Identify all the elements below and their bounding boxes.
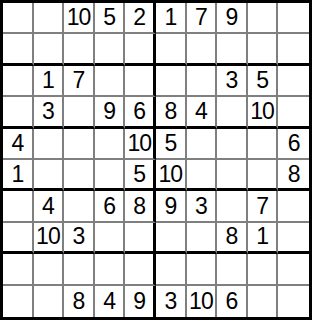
cell-r1c3[interactable]: 10 xyxy=(64,3,95,34)
cell-r5c6[interactable]: 5 xyxy=(156,129,187,160)
cell-r9c3[interactable] xyxy=(64,254,95,285)
cell-r7c6[interactable]: 9 xyxy=(156,191,187,222)
sudoku-board: 1052179173539684104105615108468937103818… xyxy=(0,0,312,320)
cell-r10c6[interactable]: 3 xyxy=(156,286,187,317)
cell-r8c6[interactable] xyxy=(156,223,187,254)
cell-r10c2[interactable] xyxy=(34,286,65,317)
cell-r10c8[interactable]: 6 xyxy=(217,286,248,317)
cell-r7c10[interactable] xyxy=(278,191,309,222)
cell-r7c4[interactable]: 6 xyxy=(95,191,126,222)
cell-r9c10[interactable] xyxy=(278,254,309,285)
cell-r1c7[interactable]: 7 xyxy=(187,3,218,34)
cell-r10c5[interactable]: 9 xyxy=(125,286,156,317)
cell-r8c3[interactable]: 3 xyxy=(64,223,95,254)
cell-r5c4[interactable] xyxy=(95,129,126,160)
cell-r10c7[interactable]: 10 xyxy=(187,286,218,317)
cell-r4c10[interactable] xyxy=(278,97,309,128)
cell-r5c8[interactable] xyxy=(217,129,248,160)
cell-r3c3[interactable]: 7 xyxy=(64,66,95,97)
cell-r4c5[interactable]: 6 xyxy=(125,97,156,128)
cell-r7c9[interactable]: 7 xyxy=(248,191,279,222)
cell-r3c10[interactable] xyxy=(278,66,309,97)
cell-r8c1[interactable] xyxy=(3,223,34,254)
cell-r10c10[interactable] xyxy=(278,286,309,317)
cell-r4c4[interactable]: 9 xyxy=(95,97,126,128)
cell-r2c9[interactable] xyxy=(248,34,279,65)
cell-r4c3[interactable] xyxy=(64,97,95,128)
cell-r6c2[interactable] xyxy=(34,160,65,191)
cell-r3c5[interactable] xyxy=(125,66,156,97)
cell-r8c2[interactable]: 10 xyxy=(34,223,65,254)
cell-r1c6[interactable]: 1 xyxy=(156,3,187,34)
cell-r8c4[interactable] xyxy=(95,223,126,254)
cell-r2c2[interactable] xyxy=(34,34,65,65)
cell-r1c5[interactable]: 2 xyxy=(125,3,156,34)
cell-r2c7[interactable] xyxy=(187,34,218,65)
cell-r8c7[interactable] xyxy=(187,223,218,254)
cell-r9c1[interactable] xyxy=(3,254,34,285)
cell-r2c3[interactable] xyxy=(64,34,95,65)
cell-r6c3[interactable] xyxy=(64,160,95,191)
cell-r2c8[interactable] xyxy=(217,34,248,65)
cell-r5c10[interactable]: 6 xyxy=(278,129,309,160)
cell-r8c5[interactable] xyxy=(125,223,156,254)
cell-r4c1[interactable] xyxy=(3,97,34,128)
cell-r9c2[interactable] xyxy=(34,254,65,285)
cell-r2c6[interactable] xyxy=(156,34,187,65)
cell-r4c6[interactable]: 8 xyxy=(156,97,187,128)
cell-r7c5[interactable]: 8 xyxy=(125,191,156,222)
cell-r1c10[interactable] xyxy=(278,3,309,34)
cell-r3c6[interactable] xyxy=(156,66,187,97)
cell-r3c2[interactable]: 1 xyxy=(34,66,65,97)
cell-r8c8[interactable]: 8 xyxy=(217,223,248,254)
cell-r3c9[interactable]: 5 xyxy=(248,66,279,97)
cell-r1c2[interactable] xyxy=(34,3,65,34)
cell-r8c10[interactable] xyxy=(278,223,309,254)
cell-r9c9[interactable] xyxy=(248,254,279,285)
cell-r6c8[interactable] xyxy=(217,160,248,191)
cell-r4c8[interactable] xyxy=(217,97,248,128)
cell-r9c7[interactable] xyxy=(187,254,218,285)
cell-r1c4[interactable]: 5 xyxy=(95,3,126,34)
cell-r10c1[interactable] xyxy=(3,286,34,317)
cell-r1c9[interactable] xyxy=(248,3,279,34)
cell-r5c9[interactable] xyxy=(248,129,279,160)
cell-r6c5[interactable]: 5 xyxy=(125,160,156,191)
cell-r9c5[interactable] xyxy=(125,254,156,285)
cell-r10c9[interactable] xyxy=(248,286,279,317)
cell-r3c7[interactable] xyxy=(187,66,218,97)
cell-r6c7[interactable] xyxy=(187,160,218,191)
cell-r5c2[interactable] xyxy=(34,129,65,160)
cell-r1c8[interactable]: 9 xyxy=(217,3,248,34)
cell-r4c7[interactable]: 4 xyxy=(187,97,218,128)
cell-r2c4[interactable] xyxy=(95,34,126,65)
cell-r9c8[interactable] xyxy=(217,254,248,285)
cell-r2c10[interactable] xyxy=(278,34,309,65)
cell-r3c8[interactable]: 3 xyxy=(217,66,248,97)
cell-r5c7[interactable] xyxy=(187,129,218,160)
cell-r5c1[interactable]: 4 xyxy=(3,129,34,160)
cell-r2c1[interactable] xyxy=(3,34,34,65)
cell-r10c3[interactable]: 8 xyxy=(64,286,95,317)
cell-r7c7[interactable]: 3 xyxy=(187,191,218,222)
cell-r4c9[interactable]: 10 xyxy=(248,97,279,128)
cell-r4c2[interactable]: 3 xyxy=(34,97,65,128)
cell-r7c3[interactable] xyxy=(64,191,95,222)
cell-r2c5[interactable] xyxy=(125,34,156,65)
cell-r7c8[interactable] xyxy=(217,191,248,222)
cell-r3c1[interactable] xyxy=(3,66,34,97)
cell-r9c4[interactable] xyxy=(95,254,126,285)
cell-r7c2[interactable]: 4 xyxy=(34,191,65,222)
cell-r6c4[interactable] xyxy=(95,160,126,191)
cell-r5c5[interactable]: 10 xyxy=(125,129,156,160)
cell-r5c3[interactable] xyxy=(64,129,95,160)
cell-r6c9[interactable] xyxy=(248,160,279,191)
cell-r1c1[interactable] xyxy=(3,3,34,34)
cell-r10c4[interactable]: 4 xyxy=(95,286,126,317)
cell-r7c1[interactable] xyxy=(3,191,34,222)
cell-r3c4[interactable] xyxy=(95,66,126,97)
cell-r6c6[interactable]: 10 xyxy=(156,160,187,191)
cell-r8c9[interactable]: 1 xyxy=(248,223,279,254)
cell-r6c10[interactable]: 8 xyxy=(278,160,309,191)
cell-r6c1[interactable]: 1 xyxy=(3,160,34,191)
cell-r9c6[interactable] xyxy=(156,254,187,285)
